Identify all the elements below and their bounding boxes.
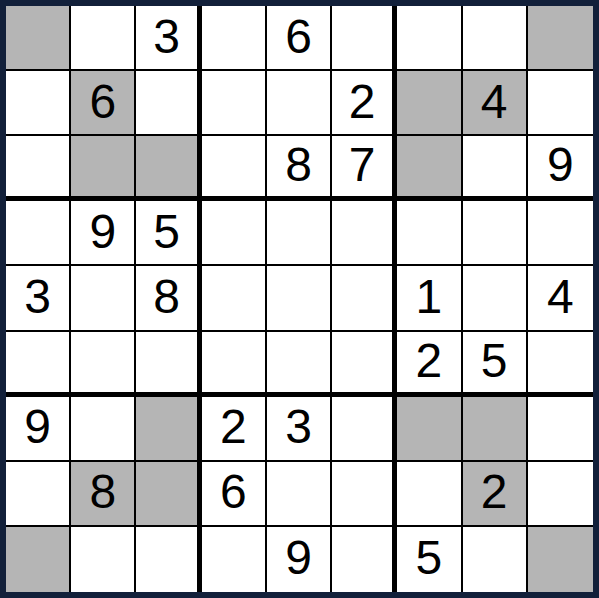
sudoku-cell-r1c7[interactable] bbox=[397, 6, 462, 71]
sudoku-given-digit: 6 bbox=[285, 13, 312, 61]
sudoku-cell-r2c7[interactable] bbox=[397, 71, 462, 136]
sudoku-cell-r4c9[interactable] bbox=[528, 201, 593, 266]
sudoku-cell-r1c2[interactable] bbox=[71, 6, 136, 71]
sudoku-given-digit: 5 bbox=[416, 534, 443, 582]
sudoku-cell-r6c1[interactable] bbox=[6, 332, 71, 397]
sudoku-given-digit: 2 bbox=[416, 337, 443, 385]
sudoku-cell-r9c7: 5 bbox=[397, 527, 462, 592]
sudoku-cell-r3c3[interactable] bbox=[136, 136, 201, 201]
sudoku-cell-r3c7[interactable] bbox=[397, 136, 462, 201]
sudoku-cell-r8c7[interactable] bbox=[397, 462, 462, 527]
sudoku-cell-r2c5[interactable] bbox=[267, 71, 332, 136]
sudoku-cell-r9c9[interactable] bbox=[528, 527, 593, 592]
sudoku-given-digit: 2 bbox=[349, 78, 376, 126]
sudoku-cell-r9c2[interactable] bbox=[71, 527, 136, 592]
sudoku-given-digit: 5 bbox=[153, 208, 180, 256]
sudoku-cell-r2c4[interactable] bbox=[202, 71, 267, 136]
sudoku-cell-r7c8[interactable] bbox=[463, 397, 528, 462]
sudoku-cell-r7c9[interactable] bbox=[528, 397, 593, 462]
sudoku-given-digit: 1 bbox=[416, 273, 443, 321]
sudoku-given-digit: 3 bbox=[285, 403, 312, 451]
sudoku-cell-r1c3: 3 bbox=[136, 6, 201, 71]
sudoku-cell-r5c6[interactable] bbox=[332, 266, 397, 331]
sudoku-cell-r5c1: 3 bbox=[6, 266, 71, 331]
sudoku-cell-r5c4[interactable] bbox=[202, 266, 267, 331]
sudoku-cell-r7c2[interactable] bbox=[71, 397, 136, 462]
sudoku-cell-r6c6[interactable] bbox=[332, 332, 397, 397]
sudoku-given-digit: 8 bbox=[285, 141, 312, 189]
sudoku-cell-r6c2[interactable] bbox=[71, 332, 136, 397]
sudoku-cell-r7c7[interactable] bbox=[397, 397, 462, 462]
sudoku-cell-r1c9[interactable] bbox=[528, 6, 593, 71]
sudoku-given-digit: 4 bbox=[481, 78, 508, 126]
sudoku-cell-r4c4[interactable] bbox=[202, 201, 267, 266]
sudoku-cell-r5c7: 1 bbox=[397, 266, 462, 331]
sudoku-cell-r6c8: 5 bbox=[463, 332, 528, 397]
sudoku-cell-r3c8[interactable] bbox=[463, 136, 528, 201]
sudoku-cell-r8c3[interactable] bbox=[136, 462, 201, 527]
sudoku-cell-r9c5: 9 bbox=[267, 527, 332, 592]
sudoku-cell-r5c5[interactable] bbox=[267, 266, 332, 331]
sudoku-cell-r9c6[interactable] bbox=[332, 527, 397, 592]
sudoku-cell-r8c8: 2 bbox=[463, 462, 528, 527]
sudoku-cell-r1c4[interactable] bbox=[202, 6, 267, 71]
sudoku-cell-r6c5[interactable] bbox=[267, 332, 332, 397]
sudoku-cell-r1c5: 6 bbox=[267, 6, 332, 71]
sudoku-given-digit: 5 bbox=[481, 337, 508, 385]
sudoku-cell-r7c1: 9 bbox=[6, 397, 71, 462]
sudoku-cell-r3c2[interactable] bbox=[71, 136, 136, 201]
sudoku-cell-r4c8[interactable] bbox=[463, 201, 528, 266]
sudoku-cell-r2c9[interactable] bbox=[528, 71, 593, 136]
sudoku-cell-r8c9[interactable] bbox=[528, 462, 593, 527]
sudoku-cell-r5c2[interactable] bbox=[71, 266, 136, 331]
sudoku-cell-r2c3[interactable] bbox=[136, 71, 201, 136]
sudoku-cell-r3c5: 8 bbox=[267, 136, 332, 201]
sudoku-cell-r1c6[interactable] bbox=[332, 6, 397, 71]
sudoku-cell-r7c4: 2 bbox=[202, 397, 267, 462]
sudoku-cell-r8c6[interactable] bbox=[332, 462, 397, 527]
sudoku-cell-r7c6[interactable] bbox=[332, 397, 397, 462]
sudoku-cell-r9c1[interactable] bbox=[6, 527, 71, 592]
sudoku-cell-r4c3: 5 bbox=[136, 201, 201, 266]
sudoku-cell-r8c2: 8 bbox=[71, 462, 136, 527]
sudoku-given-digit: 3 bbox=[24, 273, 51, 321]
sudoku-given-digit: 2 bbox=[481, 468, 508, 516]
sudoku-cell-r4c7[interactable] bbox=[397, 201, 462, 266]
sudoku-cell-r8c4: 6 bbox=[202, 462, 267, 527]
sudoku-given-digit: 3 bbox=[153, 13, 180, 61]
sudoku-cell-r7c3[interactable] bbox=[136, 397, 201, 462]
sudoku-given-digit: 6 bbox=[220, 468, 247, 516]
sudoku-cell-r1c8[interactable] bbox=[463, 6, 528, 71]
sudoku-cell-r5c8[interactable] bbox=[463, 266, 528, 331]
sudoku-given-digit: 6 bbox=[89, 78, 116, 126]
sudoku-cell-r2c8: 4 bbox=[463, 71, 528, 136]
sudoku-cell-r3c4[interactable] bbox=[202, 136, 267, 201]
sudoku-given-digit: 8 bbox=[153, 273, 180, 321]
sudoku-cell-r4c2: 9 bbox=[71, 201, 136, 266]
sudoku-cell-r2c1[interactable] bbox=[6, 71, 71, 136]
sudoku-given-digit: 9 bbox=[285, 534, 312, 582]
sudoku-cell-r8c5[interactable] bbox=[267, 462, 332, 527]
sudoku-cell-r2c6: 2 bbox=[332, 71, 397, 136]
sudoku-cell-r4c6[interactable] bbox=[332, 201, 397, 266]
sudoku-cell-r9c3[interactable] bbox=[136, 527, 201, 592]
sudoku-cell-r6c3[interactable] bbox=[136, 332, 201, 397]
sudoku-given-digit: 7 bbox=[349, 141, 376, 189]
sudoku-given-digit: 9 bbox=[547, 141, 574, 189]
sudoku-cell-r4c1[interactable] bbox=[6, 201, 71, 266]
sudoku-given-digit: 4 bbox=[547, 273, 574, 321]
sudoku-board: 366248799538142592386295 bbox=[0, 0, 599, 598]
sudoku-cell-r8c1[interactable] bbox=[6, 462, 71, 527]
sudoku-given-digit: 9 bbox=[24, 403, 51, 451]
sudoku-given-digit: 8 bbox=[89, 468, 116, 516]
sudoku-cell-r2c2: 6 bbox=[71, 71, 136, 136]
sudoku-cell-r3c1[interactable] bbox=[6, 136, 71, 201]
sudoku-cell-r3c9: 9 bbox=[528, 136, 593, 201]
sudoku-cell-r4c5[interactable] bbox=[267, 201, 332, 266]
sudoku-given-digit: 2 bbox=[220, 403, 247, 451]
sudoku-cell-r6c7: 2 bbox=[397, 332, 462, 397]
sudoku-cell-r9c8[interactable] bbox=[463, 527, 528, 592]
sudoku-cell-r3c6: 7 bbox=[332, 136, 397, 201]
sudoku-cell-r6c4[interactable] bbox=[202, 332, 267, 397]
sudoku-cell-r9c4[interactable] bbox=[202, 527, 267, 592]
sudoku-cell-r6c9[interactable] bbox=[528, 332, 593, 397]
sudoku-given-digit: 9 bbox=[89, 208, 116, 256]
sudoku-cell-r5c3: 8 bbox=[136, 266, 201, 331]
sudoku-cell-r7c5: 3 bbox=[267, 397, 332, 462]
sudoku-cell-r5c9: 4 bbox=[528, 266, 593, 331]
sudoku-cell-r1c1[interactable] bbox=[6, 6, 71, 71]
